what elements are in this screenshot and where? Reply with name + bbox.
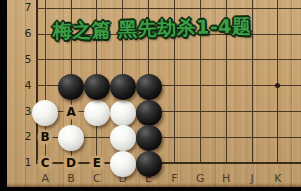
row-coordinate-2: 2 <box>20 130 36 144</box>
black-stone-E2 <box>136 125 162 151</box>
row-coordinate-5: 5 <box>20 53 36 67</box>
star-point-K4 <box>275 83 280 88</box>
problem-title: 梅之篇 黑先劫杀1-4题 <box>52 13 253 44</box>
point-label-B-at-A2[interactable]: B <box>37 129 53 145</box>
row-coordinate-6: 6 <box>20 27 36 41</box>
white-stone-A3 <box>32 100 58 126</box>
black-stone-C4 <box>84 74 110 100</box>
black-stone-D4 <box>110 74 136 100</box>
black-stone-E3 <box>136 100 162 126</box>
point-label-A-at-B3[interactable]: A <box>63 104 79 120</box>
white-stone-D1 <box>110 151 136 177</box>
black-stone-E4 <box>136 74 162 100</box>
letterbox-bottom <box>0 187 301 191</box>
point-label-C-at-A1[interactable]: C <box>37 155 53 171</box>
screenshot-frame: 7654321ABCDEFGHJKABCDE 梅之篇 黑先劫杀1-4题 <box>0 0 301 190</box>
row-coordinate-4: 4 <box>20 79 36 93</box>
letterbox-left <box>0 0 7 190</box>
white-stone-B2 <box>58 125 84 151</box>
white-stone-D2 <box>110 125 136 151</box>
black-stone-E1 <box>136 151 162 177</box>
black-stone-B4 <box>58 74 84 100</box>
white-stone-D3 <box>110 100 136 126</box>
white-stone-C3 <box>84 100 110 126</box>
point-label-D-at-B1[interactable]: D <box>63 155 79 171</box>
grid-line-row-5 <box>37 59 301 60</box>
grid-line-col-K <box>277 0 278 164</box>
row-coordinate-1: 1 <box>20 156 36 170</box>
point-label-E-at-C1[interactable]: E <box>89 155 105 171</box>
grid-line-row-7 <box>37 8 301 9</box>
row-coordinate-7: 7 <box>20 1 36 15</box>
